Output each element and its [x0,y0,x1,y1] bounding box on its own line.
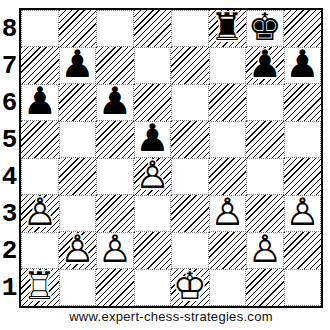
square-g6 [246,84,284,121]
square-f5 [209,121,247,158]
rank-label-5: 5 [0,121,19,158]
square-a5 [21,121,59,158]
square-d4: ♟♙ [134,158,172,195]
square-h1 [284,269,322,306]
square-d1 [134,269,172,306]
square-d7 [134,47,172,84]
square-f1 [209,269,247,306]
rank-label-3: 3 [0,195,19,232]
square-e4 [171,158,209,195]
piece-white-pawn-c2: ♟♙ [96,232,134,269]
piece-white-pawn-f3: ♟♙ [209,195,247,232]
square-b6 [59,84,97,121]
square-d2 [134,232,172,269]
square-c5 [96,121,134,158]
square-c1 [96,269,134,306]
rank-label-2: 2 [0,232,19,269]
square-f8: ♜ [209,10,247,47]
square-h6 [284,84,322,121]
piece-white-pawn-a3: ♟♙ [21,195,59,232]
square-f6 [209,84,247,121]
square-c2: ♟♙ [96,232,134,269]
square-f3: ♟♙ [209,195,247,232]
square-h3: ♟♙ [284,195,322,232]
piece-black-pawn-c6: ♟ [96,84,134,121]
square-a3: ♟♙ [21,195,59,232]
rank-labels: 8 7 6 5 4 3 2 1 [0,10,19,306]
piece-black-pawn-a6: ♟ [21,84,59,121]
chess-diagram: 8 7 6 5 4 3 2 1 ♜♚♟♟♟♟♟♟♟♙♟♙♟♙♟♙♟♙♟♙♟♙♜♖… [0,0,330,330]
square-f7 [209,47,247,84]
square-g1 [246,269,284,306]
square-g7: ♟ [246,47,284,84]
rank-label-7: 7 [0,47,19,84]
square-b7: ♟ [59,47,97,84]
square-b4 [59,158,97,195]
piece-black-pawn-b7: ♟ [59,47,97,84]
square-e1: ♚♔ [171,269,209,306]
rank-label-1: 1 [0,269,19,306]
square-c6: ♟ [96,84,134,121]
square-e6 [171,84,209,121]
square-g2: ♟♙ [246,232,284,269]
square-b2: ♟♙ [59,232,97,269]
square-a6: ♟ [21,84,59,121]
piece-white-king-e1: ♚♔ [171,269,209,306]
square-a8 [21,10,59,47]
piece-black-rook-f8: ♜ [209,10,247,47]
square-b1 [59,269,97,306]
square-h5 [284,121,322,158]
piece-white-pawn-b2: ♟♙ [59,232,97,269]
square-b5 [59,121,97,158]
rank-label-8: 8 [0,10,19,47]
chess-board: ♜♚♟♟♟♟♟♟♟♙♟♙♟♙♟♙♟♙♟♙♟♙♜♖♚♔ [19,8,323,308]
square-h7: ♟ [284,47,322,84]
square-d3 [134,195,172,232]
square-e3 [171,195,209,232]
piece-black-pawn-h7: ♟ [284,47,322,84]
square-c4 [96,158,134,195]
square-e8 [171,10,209,47]
square-a1: ♜♖ [21,269,59,306]
square-e7 [171,47,209,84]
square-e5 [171,121,209,158]
piece-black-pawn-g7: ♟ [246,47,284,84]
piece-white-pawn-d4: ♟♙ [134,158,172,195]
piece-white-rook-a1: ♜♖ [21,269,59,306]
square-g5 [246,121,284,158]
square-h2 [284,232,322,269]
piece-white-pawn-g2: ♟♙ [246,232,284,269]
square-c8 [96,10,134,47]
square-f2 [209,232,247,269]
piece-white-pawn-h3: ♟♙ [284,195,322,232]
rank-label-4: 4 [0,158,19,195]
square-g4 [246,158,284,195]
rank-label-6: 6 [0,84,19,121]
square-d8 [134,10,172,47]
watermark-url: www.expert-chess-strategies.com [19,309,323,324]
